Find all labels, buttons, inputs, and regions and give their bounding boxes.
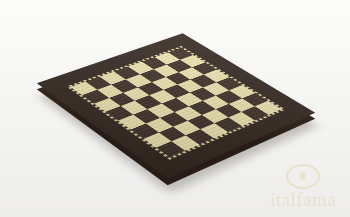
product-photo-scene: ♜ italfama xyxy=(0,0,350,217)
brand-watermark: ♜ italfama xyxy=(259,164,347,209)
chess-board xyxy=(37,33,315,178)
rook-logo-icon: ♜ xyxy=(298,171,309,183)
brand-name: italfama xyxy=(259,190,347,209)
oval-logo-frame: ♜ xyxy=(286,164,320,189)
